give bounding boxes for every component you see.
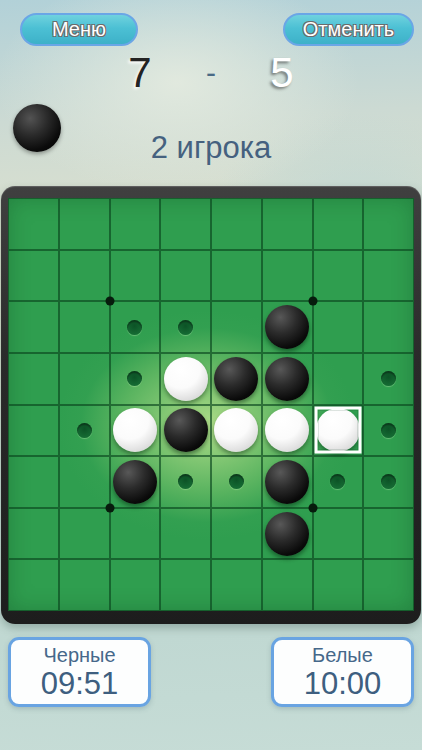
black-disc <box>265 305 309 349</box>
board-cell-g8[interactable] <box>313 559 364 611</box>
board-cell-g1[interactable] <box>313 198 364 250</box>
board-cell-e1[interactable] <box>211 198 262 250</box>
board-cell-d3[interactable] <box>160 301 211 353</box>
star-point <box>308 503 317 512</box>
legal-move-hint-dot[interactable] <box>127 371 142 386</box>
board-cell-g2[interactable] <box>313 250 364 302</box>
board-cell-c2[interactable] <box>110 250 161 302</box>
legal-move-hint-dot[interactable] <box>330 474 345 489</box>
board-cell-e7[interactable] <box>211 508 262 560</box>
score-display: 7 - 5 <box>0 50 422 96</box>
board-cell-b3[interactable] <box>59 301 110 353</box>
legal-move-hint-dot[interactable] <box>127 320 142 335</box>
white-clock-label: Белые <box>312 643 373 667</box>
board-cell-f4[interactable] <box>262 353 313 405</box>
legal-move-hint-dot[interactable] <box>381 474 396 489</box>
board-cell-b8[interactable] <box>59 559 110 611</box>
board-grid <box>8 198 414 611</box>
board-cell-d7[interactable] <box>160 508 211 560</box>
undo-cancel-button[interactable]: Отменить <box>283 13 414 46</box>
board-cell-c7[interactable] <box>110 508 161 560</box>
board-cell-b1[interactable] <box>59 198 110 250</box>
board-cell-e5[interactable] <box>211 405 262 457</box>
legal-move-hint-dot[interactable] <box>178 474 193 489</box>
menu-button[interactable]: Меню <box>20 13 138 46</box>
board-cell-d6[interactable] <box>160 456 211 508</box>
star-point <box>308 297 317 306</box>
board-cell-e3[interactable] <box>211 301 262 353</box>
board-cell-h5[interactable] <box>363 405 414 457</box>
board-frame <box>1 186 421 624</box>
black-disc <box>265 357 309 401</box>
board-cell-h8[interactable] <box>363 559 414 611</box>
legal-move-hint-dot[interactable] <box>229 474 244 489</box>
board-cell-b6[interactable] <box>59 456 110 508</box>
board-cell-a1[interactable] <box>8 198 59 250</box>
legal-move-hint-dot[interactable] <box>178 320 193 335</box>
board-cell-e4[interactable] <box>211 353 262 405</box>
board-cell-h7[interactable] <box>363 508 414 560</box>
board-cell-e2[interactable] <box>211 250 262 302</box>
board-cell-g6[interactable] <box>313 456 364 508</box>
black-score: 7 <box>117 49 163 97</box>
board-cell-a4[interactable] <box>8 353 59 405</box>
board-cell-f8[interactable] <box>262 559 313 611</box>
score-separator: - <box>201 56 221 90</box>
board-cell-h6[interactable] <box>363 456 414 508</box>
legal-move-hint-dot[interactable] <box>77 423 92 438</box>
board-cell-h2[interactable] <box>363 250 414 302</box>
legal-move-hint-dot[interactable] <box>381 371 396 386</box>
board-cell-g7[interactable] <box>313 508 364 560</box>
board-cell-c4[interactable] <box>110 353 161 405</box>
black-clock-time: 09:51 <box>41 667 119 701</box>
board-cell-g4[interactable] <box>313 353 364 405</box>
board-cell-e6[interactable] <box>211 456 262 508</box>
board-cell-a7[interactable] <box>8 508 59 560</box>
black-clock-card: Черные 09:51 <box>8 637 151 707</box>
board-cell-b7[interactable] <box>59 508 110 560</box>
board-cell-f3[interactable] <box>262 301 313 353</box>
board-cell-g5[interactable] <box>313 405 364 457</box>
board-cell-b2[interactable] <box>59 250 110 302</box>
board-cell-d2[interactable] <box>160 250 211 302</box>
board-cell-a5[interactable] <box>8 405 59 457</box>
board-cell-f6[interactable] <box>262 456 313 508</box>
legal-move-hint-dot[interactable] <box>381 423 396 438</box>
star-point <box>105 503 114 512</box>
board-cell-b5[interactable] <box>59 405 110 457</box>
board-cell-h3[interactable] <box>363 301 414 353</box>
black-clock-label: Черные <box>43 643 115 667</box>
board-cell-c5[interactable] <box>110 405 161 457</box>
white-clock-card: Белые 10:00 <box>271 637 414 707</box>
board-cell-f7[interactable] <box>262 508 313 560</box>
white-disc <box>113 408 157 452</box>
board-cell-c1[interactable] <box>110 198 161 250</box>
black-disc <box>265 512 309 556</box>
game-mode-label: 2 игрока <box>0 130 422 166</box>
board-cell-h4[interactable] <box>363 353 414 405</box>
board-cell-a8[interactable] <box>8 559 59 611</box>
black-disc <box>265 460 309 504</box>
board-cell-c3[interactable] <box>110 301 161 353</box>
board-cell-e8[interactable] <box>211 559 262 611</box>
board-cell-h1[interactable] <box>363 198 414 250</box>
board-cell-d4[interactable] <box>160 353 211 405</box>
star-point <box>105 297 114 306</box>
white-clock-time: 10:00 <box>304 667 382 701</box>
black-disc <box>214 357 258 401</box>
white-disc <box>214 408 258 452</box>
board-cell-b4[interactable] <box>59 353 110 405</box>
white-disc <box>164 357 208 401</box>
board-cell-a3[interactable] <box>8 301 59 353</box>
board-cell-d8[interactable] <box>160 559 211 611</box>
board-cell-c8[interactable] <box>110 559 161 611</box>
board-cell-a6[interactable] <box>8 456 59 508</box>
black-disc <box>113 460 157 504</box>
board-cell-f2[interactable] <box>262 250 313 302</box>
board-cell-f1[interactable] <box>262 198 313 250</box>
othello-app-screen: Меню Отменить 7 - 5 2 игрока Черные 09:5… <box>0 0 422 750</box>
white-disc <box>265 408 309 452</box>
white-score: 5 <box>259 49 305 97</box>
black-disc <box>164 408 208 452</box>
last-move-highlight <box>314 407 361 454</box>
board-cell-c6[interactable] <box>110 456 161 508</box>
board-cell-d1[interactable] <box>160 198 211 250</box>
board-cell-g3[interactable] <box>313 301 364 353</box>
board-cell-d5[interactable] <box>160 405 211 457</box>
board-cell-a2[interactable] <box>8 250 59 302</box>
board-cell-f5[interactable] <box>262 405 313 457</box>
